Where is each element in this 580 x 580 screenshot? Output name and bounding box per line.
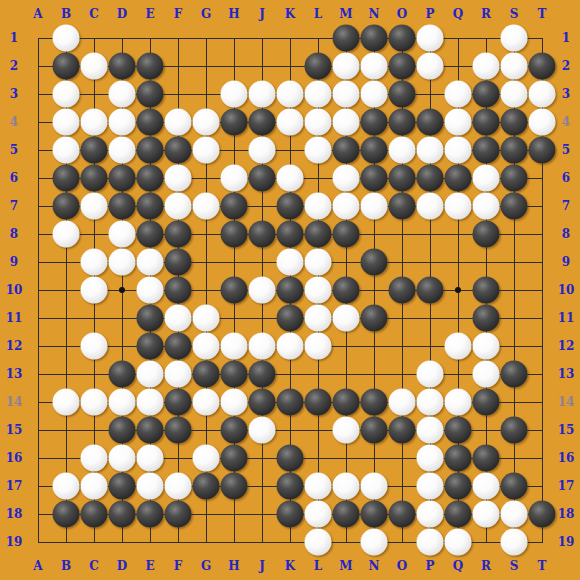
white-stone-B4 [53, 109, 80, 136]
col-label-bottom-D: D [117, 560, 127, 572]
white-stone-P16 [417, 445, 444, 472]
white-stone-N19 [361, 529, 388, 556]
white-stone-G4 [193, 109, 220, 136]
white-stone-J10 [249, 277, 276, 304]
col-label-bottom-H: H [228, 560, 239, 572]
white-stone-D16 [109, 445, 136, 472]
black-stone-O2 [389, 53, 416, 80]
go-board-screen: ABCDEFGHJKLMNOPQRST ABCDEFGHJKLMNOPQRST … [0, 0, 580, 580]
black-stone-M5 [333, 137, 360, 164]
black-stone-E5 [137, 137, 164, 164]
col-label-bottom-M: M [339, 560, 352, 572]
white-stone-F11 [165, 305, 192, 332]
white-stone-C12 [81, 333, 108, 360]
col-label-top-H: H [228, 8, 239, 20]
white-stone-Q7 [445, 193, 472, 220]
col-label-top-Q: Q [453, 8, 463, 20]
black-stone-O7 [389, 193, 416, 220]
white-stone-J5 [249, 137, 276, 164]
col-label-top-P: P [425, 8, 434, 20]
white-stone-S19 [501, 529, 528, 556]
white-stone-H6 [221, 165, 248, 192]
row-label-left-10: 10 [6, 284, 23, 296]
white-stone-F4 [165, 109, 192, 136]
black-stone-H8 [221, 221, 248, 248]
row-label-left-5: 5 [10, 144, 18, 156]
col-label-bottom-C: C [89, 560, 99, 572]
white-stone-N2 [361, 53, 388, 80]
col-label-top-R: R [481, 8, 491, 20]
white-stone-G11 [193, 305, 220, 332]
row-label-right-2: 2 [562, 60, 570, 72]
white-stone-M2 [333, 53, 360, 80]
white-stone-M7 [333, 193, 360, 220]
black-stone-E2 [137, 53, 164, 80]
white-stone-Q4 [445, 109, 472, 136]
col-label-top-D: D [117, 8, 127, 20]
white-stone-F13 [165, 361, 192, 388]
white-stone-B1 [53, 25, 80, 52]
black-stone-M18 [333, 501, 360, 528]
black-stone-F12 [165, 333, 192, 360]
col-label-top-C: C [89, 8, 99, 20]
white-stone-L11 [305, 305, 332, 332]
white-stone-F6 [165, 165, 192, 192]
white-stone-Q5 [445, 137, 472, 164]
black-stone-M14 [333, 389, 360, 416]
col-label-bottom-F: F [174, 560, 183, 572]
black-stone-N18 [361, 501, 388, 528]
black-stone-D7 [109, 193, 136, 220]
black-stone-R3 [473, 81, 500, 108]
black-stone-G17 [193, 473, 220, 500]
black-stone-E18 [137, 501, 164, 528]
col-label-bottom-J: J [259, 560, 265, 572]
black-stone-E7 [137, 193, 164, 220]
white-stone-D8 [109, 221, 136, 248]
col-label-top-O: O [397, 8, 407, 20]
black-stone-F5 [165, 137, 192, 164]
white-stone-L12 [305, 333, 332, 360]
row-label-right-11: 11 [558, 312, 575, 324]
col-label-bottom-B: B [61, 560, 71, 572]
col-label-bottom-K: K [285, 560, 295, 572]
black-stone-F14 [165, 389, 192, 416]
black-stone-R11 [473, 305, 500, 332]
black-stone-R8 [473, 221, 500, 248]
white-stone-J15 [249, 417, 276, 444]
black-stone-Q16 [445, 445, 472, 472]
white-stone-C17 [81, 473, 108, 500]
white-stone-L9 [305, 249, 332, 276]
white-stone-P17 [417, 473, 444, 500]
white-stone-F7 [165, 193, 192, 220]
white-stone-P19 [417, 529, 444, 556]
col-label-bottom-L: L [314, 560, 322, 572]
row-label-right-13: 13 [558, 368, 575, 380]
black-stone-O4 [389, 109, 416, 136]
col-label-top-N: N [369, 8, 380, 20]
white-stone-P15 [417, 417, 444, 444]
black-stone-Q18 [445, 501, 472, 528]
black-stone-H16 [221, 445, 248, 472]
white-stone-M3 [333, 81, 360, 108]
row-label-left-2: 2 [10, 60, 18, 72]
black-stone-D15 [109, 417, 136, 444]
black-stone-B18 [53, 501, 80, 528]
white-stone-L19 [305, 529, 332, 556]
black-stone-K7 [277, 193, 304, 220]
black-stone-P4 [417, 109, 444, 136]
black-stone-O3 [389, 81, 416, 108]
row-label-left-8: 8 [10, 228, 18, 240]
white-stone-C9 [81, 249, 108, 276]
row-label-right-5: 5 [562, 144, 570, 156]
white-stone-K9 [277, 249, 304, 276]
white-stone-M17 [333, 473, 360, 500]
white-stone-H14 [221, 389, 248, 416]
row-label-right-3: 3 [562, 88, 570, 100]
white-stone-R2 [473, 53, 500, 80]
col-label-bottom-O: O [397, 560, 407, 572]
white-stone-Q12 [445, 333, 472, 360]
row-label-right-10: 10 [558, 284, 575, 296]
col-label-top-J: J [259, 8, 265, 20]
col-label-top-K: K [285, 8, 295, 20]
white-stone-J3 [249, 81, 276, 108]
black-stone-Q6 [445, 165, 472, 192]
white-stone-R7 [473, 193, 500, 220]
black-stone-N9 [361, 249, 388, 276]
black-stone-R10 [473, 277, 500, 304]
white-stone-H12 [221, 333, 248, 360]
black-stone-E8 [137, 221, 164, 248]
row-label-left-3: 3 [10, 88, 18, 100]
white-stone-S3 [501, 81, 528, 108]
white-stone-R17 [473, 473, 500, 500]
white-stone-T3 [529, 81, 556, 108]
row-label-left-9: 9 [10, 256, 18, 268]
col-label-top-T: T [538, 8, 547, 20]
row-label-left-11: 11 [6, 312, 23, 324]
col-label-top-L: L [314, 8, 322, 20]
white-stone-K12 [277, 333, 304, 360]
row-label-right-12: 12 [558, 340, 575, 352]
white-stone-P18 [417, 501, 444, 528]
white-stone-L3 [305, 81, 332, 108]
white-stone-R6 [473, 165, 500, 192]
black-stone-B2 [53, 53, 80, 80]
black-stone-N15 [361, 417, 388, 444]
black-stone-F18 [165, 501, 192, 528]
white-stone-O5 [389, 137, 416, 164]
black-stone-N4 [361, 109, 388, 136]
white-stone-F17 [165, 473, 192, 500]
col-label-bottom-T: T [538, 560, 547, 572]
black-stone-E12 [137, 333, 164, 360]
white-stone-D4 [109, 109, 136, 136]
white-stone-S18 [501, 501, 528, 528]
black-stone-H7 [221, 193, 248, 220]
white-stone-Q14 [445, 389, 472, 416]
black-stone-N14 [361, 389, 388, 416]
white-stone-B8 [53, 221, 80, 248]
black-stone-F10 [165, 277, 192, 304]
white-stone-B3 [53, 81, 80, 108]
white-stone-D9 [109, 249, 136, 276]
white-stone-L7 [305, 193, 332, 220]
white-stone-E17 [137, 473, 164, 500]
black-stone-S4 [501, 109, 528, 136]
black-stone-N5 [361, 137, 388, 164]
row-label-right-7: 7 [562, 200, 570, 212]
black-stone-E11 [137, 305, 164, 332]
row-label-left-13: 13 [6, 368, 23, 380]
white-stone-E13 [137, 361, 164, 388]
black-stone-O1 [389, 25, 416, 52]
white-stone-D3 [109, 81, 136, 108]
white-stone-L5 [305, 137, 332, 164]
white-stone-E9 [137, 249, 164, 276]
white-stone-M6 [333, 165, 360, 192]
black-stone-E4 [137, 109, 164, 136]
white-stone-B5 [53, 137, 80, 164]
white-stone-G5 [193, 137, 220, 164]
black-stone-E6 [137, 165, 164, 192]
black-stone-E15 [137, 417, 164, 444]
row-label-left-1: 1 [10, 32, 18, 44]
white-stone-D14 [109, 389, 136, 416]
row-label-left-14: 14 [6, 396, 23, 408]
black-stone-K18 [277, 501, 304, 528]
black-stone-E3 [137, 81, 164, 108]
black-stone-G13 [193, 361, 220, 388]
white-stone-D5 [109, 137, 136, 164]
col-label-top-M: M [339, 8, 352, 20]
black-stone-K11 [277, 305, 304, 332]
white-stone-L10 [305, 277, 332, 304]
white-stone-G7 [193, 193, 220, 220]
col-label-top-E: E [145, 8, 154, 20]
black-stone-S17 [501, 473, 528, 500]
white-stone-C10 [81, 277, 108, 304]
black-stone-F8 [165, 221, 192, 248]
black-stone-J4 [249, 109, 276, 136]
row-label-right-9: 9 [562, 256, 570, 268]
black-stone-D2 [109, 53, 136, 80]
white-stone-E16 [137, 445, 164, 472]
white-stone-K4 [277, 109, 304, 136]
white-stone-N17 [361, 473, 388, 500]
black-stone-N1 [361, 25, 388, 52]
black-stone-D17 [109, 473, 136, 500]
white-stone-R13 [473, 361, 500, 388]
white-stone-S1 [501, 25, 528, 52]
col-label-top-G: G [201, 8, 211, 20]
col-label-bottom-R: R [481, 560, 491, 572]
hoshi-point-D10 [119, 287, 125, 293]
row-label-left-16: 16 [6, 452, 23, 464]
white-stone-T4 [529, 109, 556, 136]
col-label-bottom-E: E [145, 560, 154, 572]
black-stone-J13 [249, 361, 276, 388]
black-stone-T2 [529, 53, 556, 80]
white-stone-N7 [361, 193, 388, 220]
black-stone-N11 [361, 305, 388, 332]
black-stone-O15 [389, 417, 416, 444]
black-stone-S7 [501, 193, 528, 220]
black-stone-R14 [473, 389, 500, 416]
col-label-bottom-G: G [201, 560, 211, 572]
black-stone-S15 [501, 417, 528, 444]
col-label-bottom-P: P [425, 560, 434, 572]
white-stone-G16 [193, 445, 220, 472]
white-stone-R18 [473, 501, 500, 528]
black-stone-K17 [277, 473, 304, 500]
black-stone-S13 [501, 361, 528, 388]
black-stone-S5 [501, 137, 528, 164]
white-stone-C14 [81, 389, 108, 416]
row-label-right-17: 17 [558, 480, 575, 492]
black-stone-J8 [249, 221, 276, 248]
row-label-right-18: 18 [558, 508, 575, 520]
row-label-left-17: 17 [6, 480, 23, 492]
black-stone-H4 [221, 109, 248, 136]
row-label-left-15: 15 [6, 424, 23, 436]
col-label-bottom-A: A [33, 560, 42, 572]
black-stone-B6 [53, 165, 80, 192]
black-stone-L8 [305, 221, 332, 248]
black-stone-Q17 [445, 473, 472, 500]
row-label-right-19: 19 [558, 536, 575, 548]
black-stone-R4 [473, 109, 500, 136]
white-stone-C7 [81, 193, 108, 220]
white-stone-J12 [249, 333, 276, 360]
col-label-top-B: B [61, 8, 71, 20]
row-label-left-12: 12 [6, 340, 23, 352]
white-stone-C2 [81, 53, 108, 80]
black-stone-D13 [109, 361, 136, 388]
white-stone-E10 [137, 277, 164, 304]
white-stone-M4 [333, 109, 360, 136]
row-label-left-18: 18 [6, 508, 23, 520]
row-label-left-4: 4 [10, 116, 18, 128]
black-stone-K10 [277, 277, 304, 304]
white-stone-P1 [417, 25, 444, 52]
black-stone-D18 [109, 501, 136, 528]
col-label-bottom-S: S [510, 560, 519, 572]
black-stone-H15 [221, 417, 248, 444]
black-stone-M1 [333, 25, 360, 52]
col-label-bottom-Q: Q [453, 560, 463, 572]
black-stone-C6 [81, 165, 108, 192]
black-stone-K14 [277, 389, 304, 416]
white-stone-R12 [473, 333, 500, 360]
white-stone-L4 [305, 109, 332, 136]
black-stone-L14 [305, 389, 332, 416]
white-stone-K3 [277, 81, 304, 108]
col-label-top-A: A [33, 8, 42, 20]
white-stone-G12 [193, 333, 220, 360]
row-label-right-15: 15 [558, 424, 575, 436]
white-stone-M15 [333, 417, 360, 444]
black-stone-K16 [277, 445, 304, 472]
row-label-left-19: 19 [6, 536, 23, 548]
hoshi-point-Q10 [455, 287, 461, 293]
white-stone-M11 [333, 305, 360, 332]
row-label-right-1: 1 [562, 32, 570, 44]
white-stone-E14 [137, 389, 164, 416]
black-stone-P6 [417, 165, 444, 192]
row-label-right-8: 8 [562, 228, 570, 240]
white-stone-P2 [417, 53, 444, 80]
black-stone-K8 [277, 221, 304, 248]
black-stone-H13 [221, 361, 248, 388]
black-stone-T5 [529, 137, 556, 164]
col-label-top-S: S [510, 8, 519, 20]
white-stone-G14 [193, 389, 220, 416]
black-stone-O6 [389, 165, 416, 192]
white-stone-P14 [417, 389, 444, 416]
white-stone-K6 [277, 165, 304, 192]
black-stone-J14 [249, 389, 276, 416]
white-stone-P13 [417, 361, 444, 388]
black-stone-B7 [53, 193, 80, 220]
white-stone-H3 [221, 81, 248, 108]
row-label-right-4: 4 [562, 116, 570, 128]
white-stone-C4 [81, 109, 108, 136]
row-label-left-6: 6 [10, 172, 18, 184]
black-stone-O10 [389, 277, 416, 304]
black-stone-M10 [333, 277, 360, 304]
black-stone-P10 [417, 277, 444, 304]
black-stone-F9 [165, 249, 192, 276]
black-stone-T18 [529, 501, 556, 528]
white-stone-P7 [417, 193, 444, 220]
black-stone-O18 [389, 501, 416, 528]
white-stone-O14 [389, 389, 416, 416]
black-stone-C5 [81, 137, 108, 164]
col-label-bottom-N: N [369, 560, 380, 572]
black-stone-S6 [501, 165, 528, 192]
black-stone-R5 [473, 137, 500, 164]
white-stone-P5 [417, 137, 444, 164]
white-stone-B14 [53, 389, 80, 416]
white-stone-L18 [305, 501, 332, 528]
col-label-top-F: F [174, 8, 183, 20]
white-stone-B17 [53, 473, 80, 500]
row-label-right-14: 14 [558, 396, 575, 408]
row-label-left-7: 7 [10, 200, 18, 212]
black-stone-H17 [221, 473, 248, 500]
black-stone-M8 [333, 221, 360, 248]
row-label-right-6: 6 [562, 172, 570, 184]
white-stone-S2 [501, 53, 528, 80]
black-stone-C18 [81, 501, 108, 528]
black-stone-D6 [109, 165, 136, 192]
white-stone-Q19 [445, 529, 472, 556]
row-label-right-16: 16 [558, 452, 575, 464]
black-stone-N6 [361, 165, 388, 192]
black-stone-R16 [473, 445, 500, 472]
white-stone-N3 [361, 81, 388, 108]
black-stone-J6 [249, 165, 276, 192]
black-stone-L2 [305, 53, 332, 80]
black-stone-H10 [221, 277, 248, 304]
black-stone-Q15 [445, 417, 472, 444]
white-stone-L17 [305, 473, 332, 500]
white-stone-Q3 [445, 81, 472, 108]
